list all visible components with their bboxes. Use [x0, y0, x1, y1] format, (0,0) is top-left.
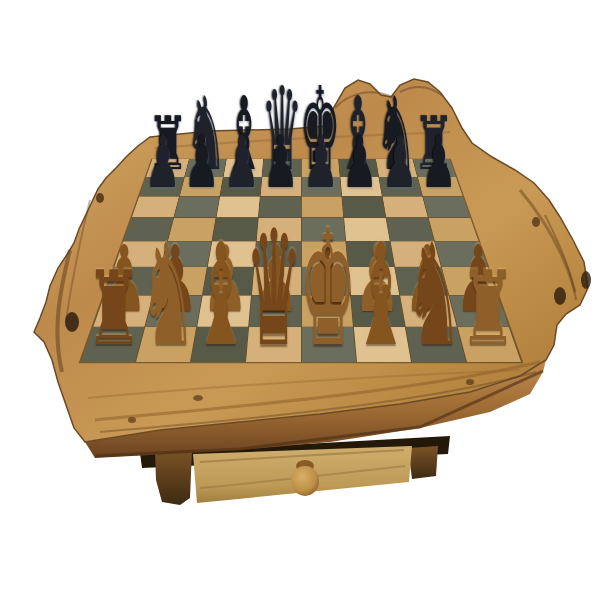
chess-piece-black-pawn-f7[interactable]: ♟ — [342, 126, 378, 198]
chess-piece-white-king-e1[interactable]: ♚ — [299, 209, 356, 369]
bark-knot — [96, 193, 104, 203]
bark-knot — [193, 395, 203, 401]
bark-knot — [65, 312, 79, 332]
bark-knot — [128, 417, 136, 423]
chess-piece-black-pawn-a7[interactable]: ♟ — [145, 126, 181, 198]
chess-piece-white-rook-h1[interactable]: ♜ — [459, 258, 516, 360]
chess-piece-black-pawn-h7[interactable]: ♟ — [421, 126, 457, 198]
bark-knot — [554, 287, 566, 305]
table-leg-left — [155, 450, 192, 505]
table-leg-right — [408, 446, 438, 479]
chess-piece-white-bishop-c1[interactable]: ♝ — [192, 225, 249, 366]
chess-piece-black-pawn-c7[interactable]: ♟ — [224, 126, 260, 198]
chess-piece-white-bishop-f1[interactable]: ♝ — [352, 225, 409, 366]
bark-knot — [532, 217, 540, 227]
bark-knot — [466, 379, 474, 385]
chess-piece-white-knight-b1[interactable]: ♞ — [139, 225, 196, 366]
chess-piece-white-queen-d1[interactable]: ♛ — [245, 209, 302, 369]
drawer-knob[interactable] — [291, 466, 319, 496]
chess-piece-black-pawn-d7[interactable]: ♟ — [263, 126, 299, 198]
chess-piece-white-knight-g1[interactable]: ♞ — [405, 225, 462, 366]
chess-piece-white-rook-a1[interactable]: ♜ — [85, 258, 142, 360]
bark-knot — [581, 271, 591, 289]
chess-piece-black-pawn-g7[interactable]: ♟ — [382, 126, 418, 198]
chess-piece-black-pawn-e7[interactable]: ♟ — [303, 126, 339, 198]
chess-table-photo: ♜♞♝♛♚♝♞♜♟♟♟♟♟♟♟♟♟♟♟♟♟♟♟♟♜♞♝♛♚♝♞♜ — [0, 0, 600, 600]
chess-piece-black-pawn-b7[interactable]: ♟ — [184, 126, 220, 198]
